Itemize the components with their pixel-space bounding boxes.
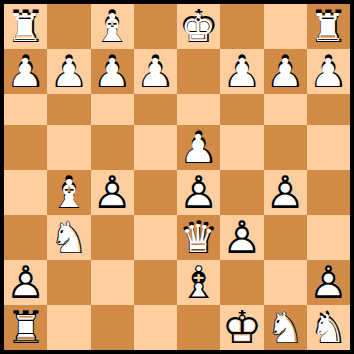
square-e1[interactable] (177, 305, 220, 350)
black-pawn-icon: ♟♟ (265, 49, 305, 94)
black-pawn-icon: ♟♟ (178, 125, 218, 170)
square-h5[interactable] (307, 125, 350, 170)
square-a6[interactable] (4, 94, 47, 125)
square-d1[interactable] (134, 305, 177, 350)
white-pawn-outline: ♙ (222, 215, 262, 260)
square-f1[interactable]: ♚♔ (220, 305, 263, 350)
square-f3[interactable]: ♟♙ (220, 215, 263, 260)
square-d4[interactable] (134, 170, 177, 215)
square-g4[interactable]: ♟♙ (264, 170, 307, 215)
square-a8[interactable]: ♜♜ (4, 4, 47, 49)
white-pawn-icon: ♟♙ (5, 260, 45, 305)
square-a1[interactable]: ♜♖ (4, 305, 47, 350)
square-b3[interactable]: ♞♘ (47, 215, 90, 260)
square-a2[interactable]: ♟♙ (4, 260, 47, 305)
square-f6[interactable] (220, 94, 263, 125)
black-king-detail: ♚ (181, 8, 216, 47)
chess-board: ♜♜♝♝♚♚♜♜♟♟♟♟♟♟♟♟♟♟♟♟♟♟♟♟♝♝♟♙♟♙♟♙♞♘♛♛♟♙♟♙… (4, 4, 350, 350)
square-b4[interactable]: ♝♝ (47, 170, 90, 215)
square-g2[interactable] (264, 260, 307, 305)
black-pawn-detail: ♟ (8, 53, 43, 92)
square-f7[interactable]: ♟♟ (220, 49, 263, 94)
square-f4[interactable] (220, 170, 263, 215)
white-pawn-icon: ♟♙ (222, 215, 262, 260)
white-knight-icon: ♞♘ (265, 305, 305, 350)
square-b6[interactable] (47, 94, 90, 125)
square-g3[interactable] (264, 215, 307, 260)
black-pawn-icon: ♟♟ (92, 49, 132, 94)
square-b5[interactable] (47, 125, 90, 170)
square-h1[interactable]: ♞♞ (307, 305, 350, 350)
square-h6[interactable] (307, 94, 350, 125)
square-g7[interactable]: ♟♟ (264, 49, 307, 94)
square-a5[interactable] (4, 125, 47, 170)
square-c7[interactable]: ♟♟ (91, 49, 134, 94)
white-pawn-icon: ♟♙ (265, 170, 305, 215)
black-pawn-icon: ♟♟ (308, 49, 348, 94)
white-knight-icon: ♞♘ (49, 215, 89, 260)
square-e3[interactable]: ♛♛ (177, 215, 220, 260)
square-e8[interactable]: ♚♚ (177, 4, 220, 49)
square-d3[interactable] (134, 215, 177, 260)
black-knight-detail: ♞ (311, 309, 346, 348)
black-pawn-icon: ♟♟ (5, 49, 45, 94)
white-pawn-icon: ♟♙ (92, 170, 132, 215)
square-e2[interactable]: ♝♗ (177, 260, 220, 305)
square-f2[interactable] (220, 260, 263, 305)
black-rook-icon: ♜♜ (308, 4, 348, 49)
black-king-icon: ♚♚ (178, 4, 218, 49)
black-bishop-detail: ♝ (52, 174, 87, 213)
white-king-icon: ♚♔ (222, 305, 262, 350)
square-h2[interactable]: ♟♙ (307, 260, 350, 305)
white-knight-outline: ♘ (265, 305, 305, 350)
square-d8[interactable] (134, 4, 177, 49)
square-c1[interactable] (91, 305, 134, 350)
square-f8[interactable] (220, 4, 263, 49)
square-g8[interactable] (264, 4, 307, 49)
square-h4[interactable] (307, 170, 350, 215)
square-e4[interactable]: ♟♙ (177, 170, 220, 215)
square-e5[interactable]: ♟♟ (177, 125, 220, 170)
white-king-outline: ♔ (222, 305, 262, 350)
black-pawn-detail: ♟ (225, 53, 260, 92)
square-c6[interactable] (91, 94, 134, 125)
square-h8[interactable]: ♜♜ (307, 4, 350, 49)
black-pawn-detail: ♟ (138, 53, 173, 92)
square-a4[interactable] (4, 170, 47, 215)
black-pawn-icon: ♟♟ (222, 49, 262, 94)
black-rook-icon: ♜♜ (5, 4, 45, 49)
white-pawn-icon: ♟♙ (178, 170, 218, 215)
square-a7[interactable]: ♟♟ (4, 49, 47, 94)
white-bishop-icon: ♝♗ (178, 260, 218, 305)
square-c5[interactable] (91, 125, 134, 170)
white-pawn-outline: ♙ (5, 260, 45, 305)
black-pawn-detail: ♟ (181, 129, 216, 168)
white-pawn-outline: ♙ (265, 170, 305, 215)
white-pawn-outline: ♙ (308, 260, 348, 305)
black-pawn-detail: ♟ (311, 53, 346, 92)
square-h3[interactable] (307, 215, 350, 260)
square-g5[interactable] (264, 125, 307, 170)
white-rook-outline: ♖ (5, 305, 45, 350)
white-bishop-outline: ♗ (178, 260, 218, 305)
black-knight-icon: ♞♞ (308, 305, 348, 350)
square-g1[interactable]: ♞♘ (264, 305, 307, 350)
black-bishop-icon: ♝♝ (49, 170, 89, 215)
black-pawn-detail: ♟ (52, 53, 87, 92)
white-rook-icon: ♜♖ (5, 305, 45, 350)
square-f5[interactable] (220, 125, 263, 170)
square-b2[interactable] (47, 260, 90, 305)
black-bishop-detail: ♝ (95, 8, 130, 47)
square-d2[interactable] (134, 260, 177, 305)
square-g6[interactable] (264, 94, 307, 125)
black-pawn-detail: ♟ (95, 53, 130, 92)
square-c3[interactable] (91, 215, 134, 260)
square-d6[interactable] (134, 94, 177, 125)
white-pawn-icon: ♟♙ (308, 260, 348, 305)
white-pawn-outline: ♙ (92, 170, 132, 215)
square-b7[interactable]: ♟♟ (47, 49, 90, 94)
black-rook-detail: ♜ (8, 8, 43, 47)
square-c8[interactable]: ♝♝ (91, 4, 134, 49)
square-b1[interactable] (47, 305, 90, 350)
black-pawn-detail: ♟ (268, 53, 303, 92)
black-pawn-icon: ♟♟ (135, 49, 175, 94)
black-rook-detail: ♜ (311, 8, 346, 47)
square-b8[interactable] (47, 4, 90, 49)
black-bishop-icon: ♝♝ (92, 4, 132, 49)
square-d5[interactable] (134, 125, 177, 170)
square-c4[interactable]: ♟♙ (91, 170, 134, 215)
white-knight-outline: ♘ (49, 215, 89, 260)
square-e7[interactable] (177, 49, 220, 94)
black-queen-detail: ♛ (181, 219, 216, 258)
white-pawn-outline: ♙ (178, 170, 218, 215)
square-h7[interactable]: ♟♟ (307, 49, 350, 94)
board-frame: ♜♜♝♝♚♚♜♜♟♟♟♟♟♟♟♟♟♟♟♟♟♟♟♟♝♝♟♙♟♙♟♙♞♘♛♛♟♙♟♙… (0, 0, 354, 354)
square-c2[interactable] (91, 260, 134, 305)
square-d7[interactable]: ♟♟ (134, 49, 177, 94)
black-pawn-icon: ♟♟ (49, 49, 89, 94)
square-a3[interactable] (4, 215, 47, 260)
black-queen-icon: ♛♛ (178, 215, 218, 260)
